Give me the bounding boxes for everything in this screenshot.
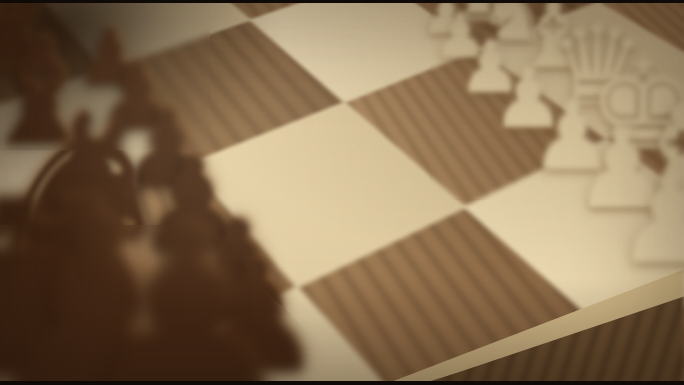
white-pawn-piece: ♟ [614, 170, 684, 268]
letterbox-bar-top [0, 0, 684, 3]
piece-layer: ♜♟♝♟♟♟♟♟♞♜♟♟♜♟♞♟♝♟♛♟♚♟♝♟♟ [0, 0, 684, 385]
black-pawn-piece: ♟ [66, 220, 309, 385]
chess-photo-frame: ♜♟♝♟♟♟♟♟♞♜♟♟♜♟♞♟♝♟♛♟♚♟♝♟♟ [0, 0, 684, 385]
letterbox-bar-bottom [0, 381, 684, 385]
